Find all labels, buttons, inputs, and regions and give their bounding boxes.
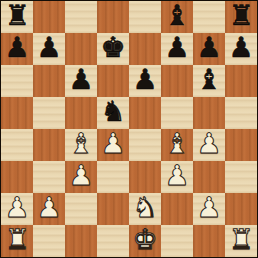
square-d7[interactable]: ♚ xyxy=(97,33,129,65)
square-a4[interactable] xyxy=(1,129,33,161)
square-c5[interactable] xyxy=(65,97,97,129)
square-g3[interactable] xyxy=(193,161,225,193)
piece-white-rook: ♜ xyxy=(228,225,253,256)
square-h3[interactable] xyxy=(225,161,257,193)
square-e8[interactable] xyxy=(129,1,161,33)
square-g2[interactable]: ♟ xyxy=(193,193,225,225)
square-b8[interactable] xyxy=(33,1,65,33)
piece-black-pawn: ♟ xyxy=(4,33,29,64)
piece-black-pawn: ♟ xyxy=(68,65,93,96)
square-h8[interactable]: ♜ xyxy=(225,1,257,33)
square-d4[interactable]: ♟ xyxy=(97,129,129,161)
square-a1[interactable]: ♜ xyxy=(1,225,33,257)
piece-white-knight: ♞ xyxy=(132,193,157,224)
square-c3[interactable]: ♟ xyxy=(65,161,97,193)
piece-black-pawn: ♟ xyxy=(228,33,253,64)
piece-white-pawn: ♟ xyxy=(196,129,221,160)
square-c1[interactable] xyxy=(65,225,97,257)
square-g1[interactable] xyxy=(193,225,225,257)
square-h7[interactable]: ♟ xyxy=(225,33,257,65)
square-h6[interactable] xyxy=(225,65,257,97)
square-h2[interactable] xyxy=(225,193,257,225)
square-e2[interactable]: ♞ xyxy=(129,193,161,225)
square-d6[interactable] xyxy=(97,65,129,97)
square-g4[interactable]: ♟ xyxy=(193,129,225,161)
square-e3[interactable] xyxy=(129,161,161,193)
piece-white-pawn: ♟ xyxy=(4,193,29,224)
piece-white-pawn: ♟ xyxy=(36,193,61,224)
square-b7[interactable]: ♟ xyxy=(33,33,65,65)
chess-board: ♜♝♜♟♟♚♟♟♟♟♟♝♞♝♟♝♟♟♟♟♟♞♟♜♚♜ xyxy=(1,1,257,257)
square-b1[interactable] xyxy=(33,225,65,257)
square-a3[interactable] xyxy=(1,161,33,193)
square-g6[interactable]: ♝ xyxy=(193,65,225,97)
square-f4[interactable]: ♝ xyxy=(161,129,193,161)
piece-black-bishop: ♝ xyxy=(196,65,221,96)
piece-white-pawn: ♟ xyxy=(100,129,125,160)
piece-black-rook: ♜ xyxy=(4,1,29,32)
square-f5[interactable] xyxy=(161,97,193,129)
piece-white-bishop: ♝ xyxy=(164,129,189,160)
square-g5[interactable] xyxy=(193,97,225,129)
piece-black-king: ♚ xyxy=(100,33,125,64)
piece-black-rook: ♜ xyxy=(228,1,253,32)
square-b4[interactable] xyxy=(33,129,65,161)
square-c2[interactable] xyxy=(65,193,97,225)
square-h1[interactable]: ♜ xyxy=(225,225,257,257)
square-c4[interactable]: ♝ xyxy=(65,129,97,161)
square-c7[interactable] xyxy=(65,33,97,65)
square-f6[interactable] xyxy=(161,65,193,97)
square-e5[interactable] xyxy=(129,97,161,129)
piece-white-pawn: ♟ xyxy=(164,161,189,192)
square-c8[interactable] xyxy=(65,1,97,33)
piece-black-pawn: ♟ xyxy=(196,33,221,64)
square-b3[interactable] xyxy=(33,161,65,193)
square-d2[interactable] xyxy=(97,193,129,225)
piece-white-bishop: ♝ xyxy=(68,129,93,160)
square-f2[interactable] xyxy=(161,193,193,225)
square-g8[interactable] xyxy=(193,1,225,33)
square-a8[interactable]: ♜ xyxy=(1,1,33,33)
square-f3[interactable]: ♟ xyxy=(161,161,193,193)
square-e7[interactable] xyxy=(129,33,161,65)
square-a6[interactable] xyxy=(1,65,33,97)
piece-white-pawn: ♟ xyxy=(68,161,93,192)
square-b6[interactable] xyxy=(33,65,65,97)
square-g7[interactable]: ♟ xyxy=(193,33,225,65)
square-h5[interactable] xyxy=(225,97,257,129)
square-d1[interactable] xyxy=(97,225,129,257)
piece-black-pawn: ♟ xyxy=(132,65,157,96)
piece-white-rook: ♜ xyxy=(4,225,29,256)
piece-black-pawn: ♟ xyxy=(164,33,189,64)
square-b2[interactable]: ♟ xyxy=(33,193,65,225)
piece-black-pawn: ♟ xyxy=(36,33,61,64)
square-a5[interactable] xyxy=(1,97,33,129)
square-f8[interactable]: ♝ xyxy=(161,1,193,33)
square-e1[interactable]: ♚ xyxy=(129,225,161,257)
square-f7[interactable]: ♟ xyxy=(161,33,193,65)
square-d3[interactable] xyxy=(97,161,129,193)
piece-black-knight: ♞ xyxy=(100,97,125,128)
square-a7[interactable]: ♟ xyxy=(1,33,33,65)
chess-board-frame: ♜♝♜♟♟♚♟♟♟♟♟♝♞♝♟♝♟♟♟♟♟♞♟♜♚♜ xyxy=(0,0,258,258)
square-d8[interactable] xyxy=(97,1,129,33)
piece-white-pawn: ♟ xyxy=(196,193,221,224)
square-h4[interactable] xyxy=(225,129,257,161)
square-e6[interactable]: ♟ xyxy=(129,65,161,97)
square-f1[interactable] xyxy=(161,225,193,257)
square-e4[interactable] xyxy=(129,129,161,161)
square-a2[interactable]: ♟ xyxy=(1,193,33,225)
square-d5[interactable]: ♞ xyxy=(97,97,129,129)
square-c6[interactable]: ♟ xyxy=(65,65,97,97)
piece-white-king: ♚ xyxy=(132,225,157,256)
piece-black-bishop: ♝ xyxy=(164,1,189,32)
square-b5[interactable] xyxy=(33,97,65,129)
